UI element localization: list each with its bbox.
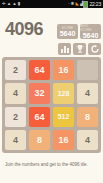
warning-icon: ▲	[7, 0, 11, 8]
new-game-button[interactable]	[88, 43, 101, 55]
tile-4: 4	[77, 130, 98, 150]
tile-8: 8	[29, 130, 50, 150]
warning-icon-2: ▲	[12, 0, 16, 8]
score-box: SCORE 5640	[57, 24, 78, 39]
network-warning-icon: ◣	[76, 0, 79, 8]
bluetooth-icon: ✱	[71, 0, 75, 8]
best-score-label: BEST SCORE	[80, 24, 101, 32]
best-score-value: 5640	[83, 32, 99, 40]
leaderboard-button[interactable]	[58, 43, 71, 55]
best-score-box: BEST SCORE 5640	[80, 24, 101, 39]
status-bar: ✛▲▲▮ ◦✱◣▟ 22:23	[0, 0, 103, 8]
alarm-icon: ◦	[68, 0, 70, 8]
cell-empty	[77, 60, 98, 80]
bar-chart-icon	[61, 46, 69, 53]
status-left-icons: ✛▲▲▮	[2, 0, 20, 8]
tile-128: 128	[53, 83, 74, 103]
tile-16: 16	[53, 60, 74, 80]
sim-icon: ▮	[18, 0, 20, 8]
status-right-icons: ◦✱◣▟	[68, 0, 83, 8]
app-window: ✛▲▲▮ ◦✱◣▟ 22:23 4096 SCORE 5640 BEST SCO…	[0, 0, 103, 183]
tile-4: 4	[5, 83, 26, 103]
page-title: 4096	[5, 19, 43, 40]
instructions-text: Join the numbers and get to the 4096 til…	[5, 162, 100, 168]
tile-64: 64	[29, 107, 50, 127]
tile-8: 8	[77, 107, 98, 127]
tile-4: 4	[77, 83, 98, 103]
gps-icon: ✛	[2, 0, 6, 8]
refresh-icon	[91, 45, 99, 53]
achievements-button[interactable]	[73, 43, 86, 55]
status-clock: 22:23	[89, 1, 101, 7]
tile-4: 4	[5, 130, 26, 150]
tile-512: 512	[53, 107, 74, 127]
game-board[interactable]: 264164321284264512848164	[2, 57, 101, 153]
tile-64: 64	[29, 60, 50, 80]
tile-32: 32	[29, 83, 50, 103]
trophy-icon	[76, 45, 84, 53]
battery-icon	[83, 1, 88, 8]
tile-2: 2	[5, 107, 26, 127]
tile-2: 2	[5, 60, 26, 80]
tile-16: 16	[53, 130, 74, 150]
score-value: 5640	[60, 30, 76, 38]
